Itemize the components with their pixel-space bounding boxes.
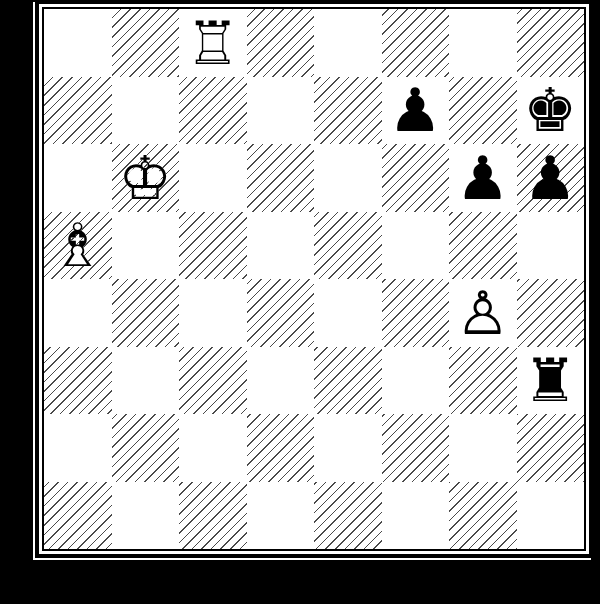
square-a2[interactable] bbox=[44, 414, 112, 482]
square-a1[interactable] bbox=[44, 482, 112, 550]
square-d3[interactable] bbox=[247, 347, 315, 415]
square-c8[interactable]: ♜♖ bbox=[179, 9, 247, 77]
square-a5[interactable]: ♝♗ bbox=[44, 212, 112, 280]
square-g8[interactable] bbox=[449, 9, 517, 77]
black-pawn-glyph: ♟ bbox=[449, 144, 517, 212]
square-d7[interactable] bbox=[247, 77, 315, 145]
square-d6[interactable] bbox=[247, 144, 315, 212]
square-b3[interactable] bbox=[112, 347, 180, 415]
square-a8[interactable] bbox=[44, 9, 112, 77]
square-h4[interactable] bbox=[517, 279, 585, 347]
white-bishop[interactable]: ♝♗ bbox=[44, 212, 112, 280]
square-f2[interactable] bbox=[382, 414, 450, 482]
square-h2[interactable] bbox=[517, 414, 585, 482]
white-king[interactable]: ♚♔ bbox=[112, 144, 180, 212]
square-g6[interactable]: ♟ bbox=[449, 144, 517, 212]
white-rook[interactable]: ♜♖ bbox=[179, 9, 247, 77]
black-rook[interactable]: ♜ bbox=[517, 347, 585, 415]
square-c4[interactable] bbox=[179, 279, 247, 347]
chess-board: ♜♖♟♚♚♔♟♟♝♗♟♙♜ bbox=[44, 9, 584, 549]
white-pawn[interactable]: ♟♙ bbox=[449, 279, 517, 347]
square-b6[interactable]: ♚♔ bbox=[112, 144, 180, 212]
black-pawn-glyph: ♟ bbox=[517, 144, 585, 212]
square-d1[interactable] bbox=[247, 482, 315, 550]
black-pawn[interactable]: ♟ bbox=[449, 144, 517, 212]
square-e6[interactable] bbox=[314, 144, 382, 212]
square-b8[interactable] bbox=[112, 9, 180, 77]
square-e3[interactable] bbox=[314, 347, 382, 415]
square-d2[interactable] bbox=[247, 414, 315, 482]
square-d8[interactable] bbox=[247, 9, 315, 77]
square-h5[interactable] bbox=[517, 212, 585, 280]
white-king-glyph: ♔ bbox=[112, 144, 180, 212]
square-f1[interactable] bbox=[382, 482, 450, 550]
square-a7[interactable] bbox=[44, 77, 112, 145]
black-rook-glyph: ♜ bbox=[517, 347, 585, 415]
square-d5[interactable] bbox=[247, 212, 315, 280]
white-pawn-glyph: ♙ bbox=[449, 279, 517, 347]
square-g7[interactable] bbox=[449, 77, 517, 145]
square-g5[interactable] bbox=[449, 212, 517, 280]
square-g4[interactable]: ♟♙ bbox=[449, 279, 517, 347]
square-h1[interactable] bbox=[517, 482, 585, 550]
square-c3[interactable] bbox=[179, 347, 247, 415]
square-h6[interactable]: ♟ bbox=[517, 144, 585, 212]
square-c7[interactable] bbox=[179, 77, 247, 145]
square-h7[interactable]: ♚ bbox=[517, 77, 585, 145]
square-f7[interactable]: ♟ bbox=[382, 77, 450, 145]
square-a3[interactable] bbox=[44, 347, 112, 415]
square-a6[interactable] bbox=[44, 144, 112, 212]
white-bishop-glyph: ♗ bbox=[44, 212, 112, 280]
square-g3[interactable] bbox=[449, 347, 517, 415]
square-b5[interactable] bbox=[112, 212, 180, 280]
square-g2[interactable] bbox=[449, 414, 517, 482]
square-f5[interactable] bbox=[382, 212, 450, 280]
square-f6[interactable] bbox=[382, 144, 450, 212]
black-king-glyph: ♚ bbox=[517, 77, 585, 145]
black-pawn-glyph: ♟ bbox=[382, 77, 450, 145]
square-b7[interactable] bbox=[112, 77, 180, 145]
square-b4[interactable] bbox=[112, 279, 180, 347]
square-d4[interactable] bbox=[247, 279, 315, 347]
square-e5[interactable] bbox=[314, 212, 382, 280]
white-rook-glyph: ♖ bbox=[179, 9, 247, 77]
square-f8[interactable] bbox=[382, 9, 450, 77]
square-c6[interactable] bbox=[179, 144, 247, 212]
black-king[interactable]: ♚ bbox=[517, 77, 585, 145]
square-c5[interactable] bbox=[179, 212, 247, 280]
square-h3[interactable]: ♜ bbox=[517, 347, 585, 415]
page-background: ♜♖♟♚♚♔♟♟♝♗♟♙♜ bbox=[0, 0, 600, 604]
chess-diagram-inner-frame: ♜♖♟♚♚♔♟♟♝♗♟♙♜ bbox=[42, 7, 586, 551]
square-e1[interactable] bbox=[314, 482, 382, 550]
square-h8[interactable] bbox=[517, 9, 585, 77]
square-f4[interactable] bbox=[382, 279, 450, 347]
square-a4[interactable] bbox=[44, 279, 112, 347]
square-f3[interactable] bbox=[382, 347, 450, 415]
square-c1[interactable] bbox=[179, 482, 247, 550]
square-e8[interactable] bbox=[314, 9, 382, 77]
square-b1[interactable] bbox=[112, 482, 180, 550]
square-e7[interactable] bbox=[314, 77, 382, 145]
square-b2[interactable] bbox=[112, 414, 180, 482]
square-c2[interactable] bbox=[179, 414, 247, 482]
square-e4[interactable] bbox=[314, 279, 382, 347]
square-g1[interactable] bbox=[449, 482, 517, 550]
black-pawn[interactable]: ♟ bbox=[382, 77, 450, 145]
black-pawn[interactable]: ♟ bbox=[517, 144, 585, 212]
chess-diagram-frame: ♜♖♟♚♚♔♟♟♝♗♟♙♜ bbox=[35, 0, 593, 558]
square-e2[interactable] bbox=[314, 414, 382, 482]
